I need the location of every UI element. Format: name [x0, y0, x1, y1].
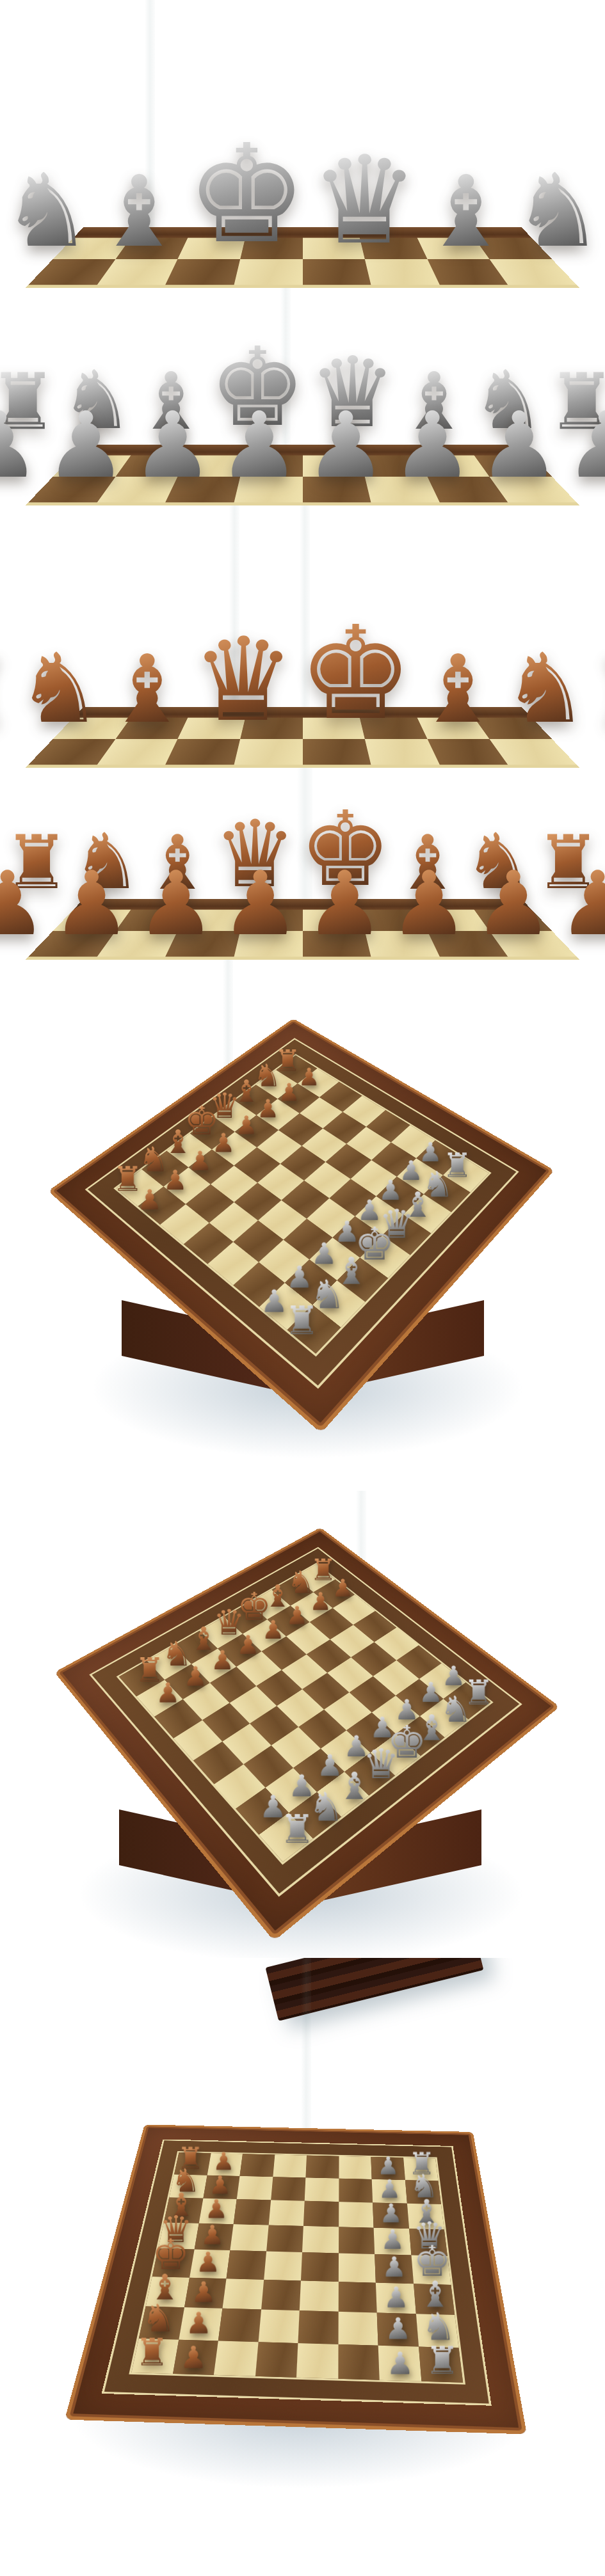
square-r3-c4 — [302, 2226, 339, 2254]
photo-pewter-army: ♜♞♝♚♛♝♞♜ ♟♟♟♟♟♟♟♟ — [0, 288, 605, 505]
chess-board-scene: ♜♟♟♜♞♟♟♞♝♟♟♝♛♟♟♛♚♟♟♚♝♟♟♝♞♟♟♞♜♟♟♜ — [46, 1996, 558, 2508]
piece-copper-pawn: ♟ — [163, 1168, 188, 1194]
square-r3-c2 — [230, 2224, 268, 2252]
pewter-pawn-row-pieces: ♟♟♟♟♟♟♟♟ — [0, 402, 605, 489]
piece-silver-pawn: ♟ — [442, 1663, 466, 1689]
board-plane: ♜♞♝♛♚♝♞♜♟♟♟♟♟♟♟♟♟♟♟♟♟♟♟♟♜♞♝♛♚♝♞♜ — [0, 1491, 605, 1958]
board-frame: ♜♞♝♛♚♝♞♜♟♟♟♟♟♟♟♟♟♟♟♟♟♟♟♟♜♞♝♛♚♝♞♜ — [89, 1547, 522, 1897]
piece-silver-knight: ♞ — [513, 163, 604, 258]
piece-copper-knight: ♞ — [17, 643, 103, 735]
piece-copper-pawn: ♟ — [179, 2343, 207, 2373]
square-r5-c5 — [338, 2282, 377, 2313]
board-frame: ♜♟♟♜♞♟♟♞♝♟♟♝♛♟♟♛♚♟♟♚♝♟♟♝♞♟♟♞♜♟♟♜ — [102, 2140, 492, 2406]
piece-copper-pawn: ♟ — [211, 1648, 234, 1673]
piece-copper-knight: ♞ — [503, 643, 589, 735]
piece-copper-pawn: ♟ — [200, 2222, 225, 2248]
copper-pawn-row-pieces: ♟♟♟♟♟♟♟♟ — [0, 862, 605, 946]
square-r5-c3 — [261, 2280, 301, 2311]
square-r0-c4 — [305, 2156, 339, 2179]
square-r7-c0: ♜ — [131, 2338, 178, 2374]
square-r7-c1: ♟ — [173, 2339, 218, 2375]
square-r7-c5 — [338, 2344, 380, 2380]
piece-copper-pawn: ♟ — [188, 1149, 212, 1174]
piece-copper-pawn: ♟ — [195, 2250, 220, 2276]
square-r1-c5 — [339, 2178, 373, 2202]
piece-silver-pawn: ♟ — [382, 2255, 407, 2281]
piece-copper-king: ♚ — [298, 612, 414, 735]
square-r4-c4 — [301, 2252, 339, 2282]
square-r2-c5 — [339, 2202, 374, 2227]
box-lid: ♜♟♟♜♞♟♟♞♝♟♟♝♛♟♟♛♚♟♟♚♝♟♟♝♞♟♟♞♜♟♟♜ — [65, 2124, 527, 2434]
square-r7-c6: ♟ — [378, 2345, 421, 2381]
square-r5-c2 — [222, 2278, 263, 2310]
square-r0-c2 — [240, 2154, 275, 2177]
piece-copper-pawn: ♟ — [156, 1680, 180, 1706]
piece-silver-pawn: ♟ — [381, 2227, 405, 2253]
photo-board-angle-2: ♜♞♝♛♚♝♞♜♟♟♟♟♟♟♟♟♟♟♟♟♟♟♟♟♜♞♝♛♚♝♞♜ — [0, 1491, 605, 1958]
box-lid: ♜♞♝♛♚♝♞♜♟♟♟♟♟♟♟♟♟♟♟♟♟♟♟♟♜♞♝♛♚♝♞♜ — [54, 1527, 560, 1941]
pewter-back-row-pieces: ♜♞♝♚♛♝♞♜ — [0, 130, 605, 258]
piece-silver-queen: ♛ — [310, 143, 419, 259]
piece-copper-pawn: ♟ — [305, 862, 385, 946]
piece-copper-pawn: ♟ — [286, 1604, 309, 1628]
square-r6-c2 — [218, 2309, 261, 2342]
square-r6-c6: ♟ — [377, 2313, 419, 2347]
chess-board: ♜♟♟♜♞♟♟♞♝♟♟♝♛♟♟♛♚♟♟♚♝♟♟♝♞♟♟♞♜♟♟♜ — [117, 1055, 489, 1353]
piece-copper-bishop: ♝ — [105, 646, 189, 735]
piece-silver-pawn: ♟ — [478, 402, 560, 489]
piece-silver-knight: ♞ — [2, 163, 93, 258]
piece-silver-pawn: ♟ — [565, 402, 605, 489]
square-r5-c6: ♟ — [376, 2282, 415, 2314]
piece-silver-pawn: ♟ — [45, 402, 127, 489]
chess-board: ♜♞♝♛♚♝♞♜♟♟♟♟♟♟♟♟♟♟♟♟♟♟♟♟♜♞♝♛♚♝♞♜ — [119, 1564, 491, 1862]
piece-copper-pawn: ♟ — [278, 1081, 300, 1105]
piece-silver-pawn: ♟ — [385, 2315, 412, 2343]
square-r5-c1: ♟ — [184, 2277, 226, 2308]
board-plane: ♜♟♟♜♞♟♟♞♝♟♟♝♛♟♟♛♚♟♟♚♝♟♟♝♞♟♟♞♜♟♟♜ — [0, 966, 605, 1491]
square-r3-c3 — [266, 2225, 303, 2252]
piece-copper-pawn: ♟ — [257, 1097, 279, 1120]
square-r5-c2 — [211, 1165, 257, 1202]
product-photo-collage: ♜♞♝♚♛♝♞♜ ♜♞♝♚♛♝♞♜ ♟♟♟♟♟♟♟♟ ♜♞♝♛♚♝♞♜ — [0, 0, 605, 2576]
piece-copper-rook: ♜ — [135, 2335, 169, 2371]
square-r6-c4 — [298, 2310, 338, 2344]
square-r4-c6: ♟ — [375, 2254, 413, 2284]
piece-silver-pawn: ♟ — [311, 1240, 337, 1268]
square-r4-c3 — [264, 2252, 302, 2281]
square-r0-c3 — [273, 2154, 307, 2177]
piece-copper-pawn: ♟ — [204, 2197, 227, 2222]
board-plane: ♜♟♟♜♞♟♟♞♝♟♟♝♛♟♟♛♚♟♟♚♝♟♟♝♞♟♟♞♜♟♟♜ — [0, 2090, 605, 2513]
photo-board-angle-3: ♜♟♟♜♞♟♟♞♝♟♟♝♛♟♟♛♚♟♟♚♝♟♟♝♞♟♟♞♜♟♟♜ — [0, 1958, 605, 2576]
square-r4-c5 — [338, 2253, 376, 2282]
photo-board-angle-1: ♜♟♟♜♞♟♟♞♝♟♟♝♛♟♟♛♚♟♟♚♝♟♟♝♞♟♟♞♜♟♟♜ — [0, 960, 605, 1491]
square-r0-c1: ♟ — [298, 1069, 339, 1097]
square-r7-c4 — [296, 2343, 338, 2379]
piece-silver-pawn: ♟ — [132, 402, 213, 489]
piece-silver-pawn: ♟ — [380, 2201, 403, 2226]
piece-copper-pawn: ♟ — [332, 1577, 354, 1600]
piece-silver-bishop: ♝ — [422, 165, 510, 258]
chess-board: ♜♟♟♜♞♟♟♞♝♟♟♝♛♟♟♛♚♟♟♚♝♟♟♝♞♟♟♞♜♟♟♜ — [131, 2152, 463, 2383]
square-r6-c2 — [186, 1184, 234, 1223]
piece-copper-rook: ♜ — [591, 647, 605, 735]
piece-silver-rook: ♜ — [279, 1811, 314, 1848]
chess-board-scene: ♜♞♝♛♚♝♞♜♟♟♟♟♟♟♟♟♟♟♟♟♟♟♟♟♜♞♝♛♚♝♞♜ — [46, 1491, 558, 1945]
piece-copper-pawn: ♟ — [558, 862, 605, 946]
square-r6-c5 — [338, 2312, 378, 2345]
piece-silver-rook: ♜ — [425, 2343, 460, 2380]
piece-copper-rook: ♜ — [0, 647, 14, 735]
square-r3-c4 — [304, 1162, 351, 1198]
square-r3-c5 — [339, 2227, 375, 2254]
piece-copper-pawn: ♟ — [236, 1633, 259, 1658]
square-r5-c3 — [234, 1182, 282, 1220]
square-r7-c3 — [255, 2342, 298, 2378]
box-lid: ♜♟♟♜♞♟♟♞♝♟♟♝♛♟♟♛♚♟♟♚♝♟♟♝♞♟♟♞♜♟♟♜ — [48, 1019, 554, 1433]
square-r4-c1: ♟ — [190, 2250, 230, 2278]
piece-copper-pawn: ♟ — [137, 1187, 162, 1213]
piece-silver-pawn: ♟ — [218, 402, 300, 489]
square-r3-c2 — [229, 1686, 277, 1724]
piece-copper-pawn: ♟ — [212, 1131, 236, 1156]
square-r5-c4 — [300, 2280, 339, 2312]
piece-copper-pawn: ♟ — [221, 862, 300, 946]
square-r6-c1: ♟ — [179, 2307, 223, 2341]
square-r2-c4 — [303, 2201, 339, 2227]
square-r1-c3 — [271, 2177, 306, 2201]
square-r0-c2 — [319, 1082, 362, 1112]
square-r7-c7: ♜ — [418, 2346, 463, 2383]
piece-copper-pawn: ♟ — [52, 862, 131, 946]
piece-silver-pawn: ♟ — [305, 402, 387, 489]
board-frame: ♜♟♟♜♞♟♟♞♝♟♟♝♛♟♟♛♚♟♟♚♝♟♟♝♞♟♟♞♜♟♟♜ — [85, 1038, 519, 1388]
piece-copper-pawn: ♟ — [0, 862, 47, 946]
piece-silver-rook: ♜ — [285, 1302, 320, 1339]
piece-copper-pawn: ♟ — [136, 862, 216, 946]
piece-copper-pawn: ♟ — [309, 1590, 332, 1614]
piece-copper-pawn: ♟ — [185, 2310, 211, 2338]
piece-silver-king: ♚ — [186, 130, 307, 258]
square-r7-c2 — [214, 2341, 258, 2376]
piece-copper-pawn: ♟ — [262, 1618, 285, 1642]
piece-silver-pawn: ♟ — [392, 402, 473, 489]
piece-copper-queen: ♛ — [191, 625, 295, 735]
chess-board-scene: ♜♟♟♜♞♟♟♞♝♟♟♝♛♟♟♛♚♟♟♚♝♟♟♝♞♟♟♞♜♟♟♜ — [48, 960, 560, 1436]
piece-silver-pawn: ♟ — [387, 2349, 414, 2378]
square-r4-c3 — [277, 1689, 324, 1727]
piece-copper-pawn: ♟ — [474, 862, 553, 946]
square-r0-c5 — [339, 2156, 372, 2179]
square-r2-c3 — [268, 2200, 304, 2225]
piece-copper-pawn: ♟ — [389, 862, 469, 946]
piece-copper-pawn: ♟ — [298, 1066, 320, 1089]
square-r1-c4 — [305, 2177, 339, 2202]
piece-silver-pawn: ♟ — [286, 1263, 313, 1292]
piece-copper-pawn: ♟ — [184, 1664, 208, 1689]
photo-pewter-back-row: ♜♞♝♚♛♝♞♜ — [0, 0, 605, 288]
square-r1-c2 — [237, 2176, 273, 2200]
copper-back-row-pieces: ♜♞♝♛♚♝♞♜ — [0, 612, 605, 735]
piece-silver-bishop: ♝ — [95, 165, 183, 258]
photo-copper-army: ♜♞♝♛♚♝♞♜ ♟♟♟♟♟♟♟♟ — [0, 768, 605, 960]
square-r2-c2 — [234, 2199, 271, 2225]
square-r4-c2 — [227, 2250, 266, 2279]
square-r6-c3 — [258, 2310, 300, 2343]
square-r7-c3 — [184, 1223, 234, 1264]
piece-silver-pawn: ♟ — [0, 402, 40, 489]
photo-copper-back-row: ♜♞♝♛♚♝♞♜ — [0, 505, 605, 768]
piece-copper-pawn: ♟ — [235, 1113, 258, 1138]
piece-copper-pawn: ♟ — [191, 2278, 216, 2305]
piece-silver-pawn: ♟ — [383, 2284, 409, 2311]
piece-copper-bishop: ♝ — [416, 646, 500, 735]
